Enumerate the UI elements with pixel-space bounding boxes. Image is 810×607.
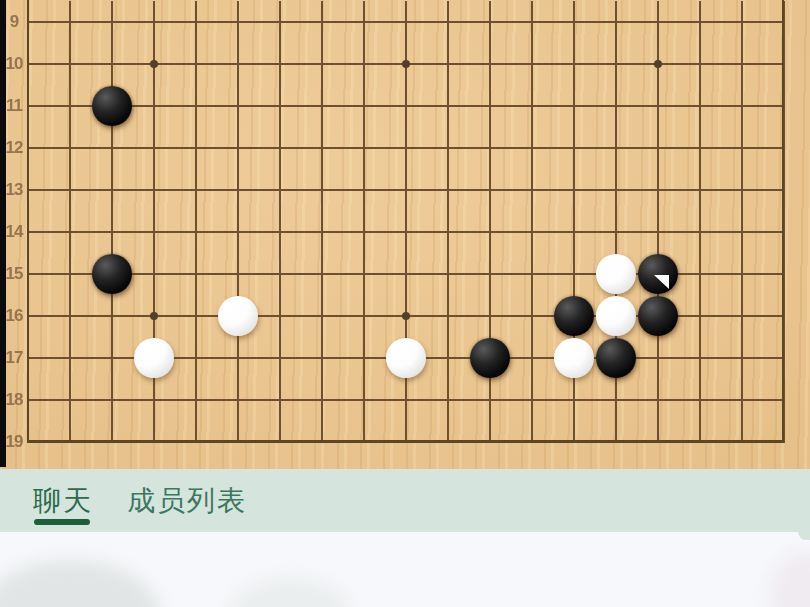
intersection-9-11[interactable] <box>343 85 385 127</box>
intersection-12-16[interactable] <box>469 295 511 337</box>
intersection-10-10[interactable] <box>385 43 427 85</box>
star-point <box>402 312 410 320</box>
white-stone <box>596 296 636 336</box>
intersection-12-18[interactable] <box>469 379 511 421</box>
intersection-9-18[interactable] <box>343 379 385 421</box>
intersection-18-12[interactable] <box>721 127 763 169</box>
white-stone <box>218 296 258 336</box>
intersection-17-15[interactable] <box>679 253 721 295</box>
watermark-leaf <box>0 560 160 607</box>
intersection-14-9[interactable] <box>553 1 595 43</box>
intersection-18-11[interactable] <box>721 85 763 127</box>
intersection-6-9[interactable] <box>217 1 259 43</box>
intersection-3-14[interactable] <box>91 211 133 253</box>
intersection-14-14[interactable] <box>553 211 595 253</box>
intersection-2-10[interactable] <box>49 43 91 85</box>
intersection-5-14[interactable] <box>175 211 217 253</box>
last-move-marker <box>654 275 669 289</box>
intersection-8-17[interactable] <box>301 337 343 379</box>
intersection-4-18[interactable] <box>133 379 175 421</box>
intersection-4-9[interactable] <box>133 1 175 43</box>
intersection-18-15[interactable] <box>721 253 763 295</box>
intersection-6-13[interactable] <box>217 169 259 211</box>
intersection-5-11[interactable] <box>175 85 217 127</box>
intersection-6-18[interactable] <box>217 379 259 421</box>
intersection-13-13[interactable] <box>511 169 553 211</box>
intersection-5-13[interactable] <box>175 169 217 211</box>
intersection-18-16[interactable] <box>721 295 763 337</box>
intersection-6-12[interactable] <box>217 127 259 169</box>
intersection-9-9[interactable] <box>343 1 385 43</box>
intersection-12-9[interactable] <box>469 1 511 43</box>
intersection-13-17[interactable] <box>511 337 553 379</box>
intersection-13-10[interactable] <box>511 43 553 85</box>
intersection-19-13[interactable] <box>763 169 805 211</box>
intersection-16-11[interactable] <box>637 85 679 127</box>
intersection-15-9[interactable] <box>595 1 637 43</box>
intersection-7-12[interactable] <box>259 127 301 169</box>
intersection-17-16[interactable] <box>679 295 721 337</box>
intersection-3-12[interactable] <box>91 127 133 169</box>
intersection-7-18[interactable] <box>259 379 301 421</box>
white-stone <box>554 338 594 378</box>
intersection-8-11[interactable] <box>301 85 343 127</box>
board-left-edge-line <box>27 0 29 443</box>
intersection-19-16[interactable] <box>763 295 805 337</box>
intersection-17-14[interactable] <box>679 211 721 253</box>
go-game-room: 910111213141516171819 聊天 成员列表 <box>0 0 810 607</box>
black-stone <box>470 338 510 378</box>
white-stone <box>386 338 426 378</box>
intersection-7-14[interactable] <box>259 211 301 253</box>
intersection-11-12[interactable] <box>427 127 469 169</box>
white-stone <box>134 338 174 378</box>
intersection-11-11[interactable] <box>427 85 469 127</box>
tab-chat[interactable]: 聊天 <box>33 484 93 517</box>
intersection-10-16[interactable] <box>385 295 427 337</box>
intersection-5-16[interactable] <box>175 295 217 337</box>
intersection-16-13[interactable] <box>637 169 679 211</box>
intersection-15-17[interactable] <box>595 337 637 379</box>
tab-member-list[interactable]: 成员列表 <box>127 484 247 517</box>
intersection-5-12[interactable] <box>175 127 217 169</box>
intersection-14-15[interactable] <box>553 253 595 295</box>
intersection-2-15[interactable] <box>49 253 91 295</box>
intersection-12-11[interactable] <box>469 85 511 127</box>
intersection-12-13[interactable] <box>469 169 511 211</box>
black-stone <box>92 254 132 294</box>
intersection-12-10[interactable] <box>469 43 511 85</box>
intersection-16-17[interactable] <box>637 337 679 379</box>
intersection-13-18[interactable] <box>511 379 553 421</box>
intersection-4-11[interactable] <box>133 85 175 127</box>
intersection-19-17[interactable] <box>763 337 805 379</box>
intersection-6-11[interactable] <box>217 85 259 127</box>
intersection-11-16[interactable] <box>427 295 469 337</box>
intersection-11-18[interactable] <box>427 379 469 421</box>
intersection-10-12[interactable] <box>385 127 427 169</box>
tab-bar: 聊天 成员列表 <box>0 469 810 532</box>
intersection-17-13[interactable] <box>679 169 721 211</box>
intersection-17-12[interactable] <box>679 127 721 169</box>
intersection-6-15[interactable] <box>217 253 259 295</box>
intersection-7-17[interactable] <box>259 337 301 379</box>
intersection-15-14[interactable] <box>595 211 637 253</box>
intersection-2-9[interactable] <box>49 1 91 43</box>
intersection-14-17[interactable] <box>553 337 595 379</box>
intersection-4-13[interactable] <box>133 169 175 211</box>
intersection-15-13[interactable] <box>595 169 637 211</box>
intersection-13-14[interactable] <box>511 211 553 253</box>
intersection-17-17[interactable] <box>679 337 721 379</box>
intersection-18-17[interactable] <box>721 337 763 379</box>
intersection-10-14[interactable] <box>385 211 427 253</box>
intersection-8-10[interactable] <box>301 43 343 85</box>
black-stone <box>638 254 678 294</box>
intersection-2-14[interactable] <box>49 211 91 253</box>
intersection-10-11[interactable] <box>385 85 427 127</box>
intersection-4-10[interactable] <box>133 43 175 85</box>
intersection-3-9[interactable] <box>91 1 133 43</box>
intersection-14-11[interactable] <box>553 85 595 127</box>
intersection-4-15[interactable] <box>133 253 175 295</box>
intersection-10-13[interactable] <box>385 169 427 211</box>
intersection-14-13[interactable] <box>553 169 595 211</box>
intersection-9-10[interactable] <box>343 43 385 85</box>
star-point <box>654 60 662 68</box>
intersection-11-9[interactable] <box>427 1 469 43</box>
intersection-7-15[interactable] <box>259 253 301 295</box>
intersection-14-10[interactable] <box>553 43 595 85</box>
intersection-3-15[interactable] <box>91 253 133 295</box>
intersection-7-11[interactable] <box>259 85 301 127</box>
watermark-leaf <box>230 577 350 607</box>
intersection-15-12[interactable] <box>595 127 637 169</box>
intersection-17-11[interactable] <box>679 85 721 127</box>
intersection-15-15[interactable] <box>595 253 637 295</box>
intersection-9-16[interactable] <box>343 295 385 337</box>
intersection-11-15[interactable] <box>427 253 469 295</box>
intersection-7-16[interactable] <box>259 295 301 337</box>
intersection-16-18[interactable] <box>637 379 679 421</box>
intersection-3-18[interactable] <box>91 379 133 421</box>
intersection-5-10[interactable] <box>175 43 217 85</box>
white-stone <box>596 254 636 294</box>
intersection-5-17[interactable] <box>175 337 217 379</box>
black-stone <box>92 86 132 126</box>
intersection-3-10[interactable] <box>91 43 133 85</box>
intersection-16-16[interactable] <box>637 295 679 337</box>
intersection-14-16[interactable] <box>553 295 595 337</box>
intersection-9-15[interactable] <box>343 253 385 295</box>
intersection-9-14[interactable] <box>343 211 385 253</box>
intersection-2-18[interactable] <box>49 379 91 421</box>
intersection-8-13[interactable] <box>301 169 343 211</box>
intersection-7-9[interactable] <box>259 1 301 43</box>
intersection-19-15[interactable] <box>763 253 805 295</box>
intersection-2-17[interactable] <box>49 337 91 379</box>
intersection-7-13[interactable] <box>259 169 301 211</box>
intersection-8-12[interactable] <box>301 127 343 169</box>
intersection-19-14[interactable] <box>763 211 805 253</box>
intersection-5-18[interactable] <box>175 379 217 421</box>
intersection-3-13[interactable] <box>91 169 133 211</box>
intersection-10-9[interactable] <box>385 1 427 43</box>
go-board: 910111213141516171819 <box>0 0 810 469</box>
intersection-14-12[interactable] <box>553 127 595 169</box>
intersection-5-9[interactable] <box>175 1 217 43</box>
intersection-18-18[interactable] <box>721 379 763 421</box>
star-point <box>150 60 158 68</box>
intersection-2-12[interactable] <box>49 127 91 169</box>
intersection-12-15[interactable] <box>469 253 511 295</box>
intersection-13-16[interactable] <box>511 295 553 337</box>
intersection-8-18[interactable] <box>301 379 343 421</box>
intersection-15-11[interactable] <box>595 85 637 127</box>
intersection-8-9[interactable] <box>301 1 343 43</box>
intersection-13-15[interactable] <box>511 253 553 295</box>
intersection-17-10[interactable] <box>679 43 721 85</box>
intersection-10-18[interactable] <box>385 379 427 421</box>
intersection-2-13[interactable] <box>49 169 91 211</box>
star-point <box>150 312 158 320</box>
intersection-6-14[interactable] <box>217 211 259 253</box>
intersection-19-18[interactable] <box>763 379 805 421</box>
intersection-16-12[interactable] <box>637 127 679 169</box>
intersection-12-17[interactable] <box>469 337 511 379</box>
black-stone <box>596 338 636 378</box>
intersection-11-13[interactable] <box>427 169 469 211</box>
intersection-3-11[interactable] <box>91 85 133 127</box>
black-stone <box>638 296 678 336</box>
intersection-12-14[interactable] <box>469 211 511 253</box>
intersection-14-18[interactable] <box>553 379 595 421</box>
intersection-4-17[interactable] <box>133 337 175 379</box>
intersection-5-15[interactable] <box>175 253 217 295</box>
intersection-11-17[interactable] <box>427 337 469 379</box>
intersection-8-15[interactable] <box>301 253 343 295</box>
intersection-10-17[interactable] <box>385 337 427 379</box>
intersection-8-14[interactable] <box>301 211 343 253</box>
intersection-15-10[interactable] <box>595 43 637 85</box>
intersection-7-10[interactable] <box>259 43 301 85</box>
go-board-grid <box>7 1 805 463</box>
intersection-2-11[interactable] <box>49 85 91 127</box>
intersection-19-10[interactable] <box>763 43 805 85</box>
screen-edge-bar <box>0 0 6 467</box>
intersection-11-10[interactable] <box>427 43 469 85</box>
intersection-13-12[interactable] <box>511 127 553 169</box>
intersection-11-14[interactable] <box>427 211 469 253</box>
intersection-19-12[interactable] <box>763 127 805 169</box>
intersection-19-9[interactable] <box>763 1 805 43</box>
intersection-13-9[interactable] <box>511 1 553 43</box>
intersection-19-11[interactable] <box>763 85 805 127</box>
intersection-6-10[interactable] <box>217 43 259 85</box>
intersection-17-18[interactable] <box>679 379 721 421</box>
intersection-18-13[interactable] <box>721 169 763 211</box>
intersection-15-18[interactable] <box>595 379 637 421</box>
intersection-4-16[interactable] <box>133 295 175 337</box>
intersection-4-12[interactable] <box>133 127 175 169</box>
intersection-10-15[interactable] <box>385 253 427 295</box>
intersection-2-16[interactable] <box>49 295 91 337</box>
intersection-8-16[interactable] <box>301 295 343 337</box>
intersection-16-15[interactable] <box>637 253 679 295</box>
intersection-3-17[interactable] <box>91 337 133 379</box>
intersection-18-14[interactable] <box>721 211 763 253</box>
board-right-edge-line <box>782 0 784 443</box>
intersection-15-16[interactable] <box>595 295 637 337</box>
intersection-17-9[interactable] <box>679 1 721 43</box>
black-stone <box>554 296 594 336</box>
intersection-18-9[interactable] <box>721 1 763 43</box>
intersection-18-10[interactable] <box>721 43 763 85</box>
intersection-16-9[interactable] <box>637 1 679 43</box>
intersection-6-16[interactable] <box>217 295 259 337</box>
intersection-13-11[interactable] <box>511 85 553 127</box>
star-point <box>402 60 410 68</box>
intersection-6-17[interactable] <box>217 337 259 379</box>
intersection-9-13[interactable] <box>343 169 385 211</box>
watermark-curve <box>770 552 810 607</box>
intersection-16-10[interactable] <box>637 43 679 85</box>
intersection-9-17[interactable] <box>343 337 385 379</box>
intersection-9-12[interactable] <box>343 127 385 169</box>
intersection-16-14[interactable] <box>637 211 679 253</box>
intersection-12-12[interactable] <box>469 127 511 169</box>
intersection-4-14[interactable] <box>133 211 175 253</box>
intersection-3-16[interactable] <box>91 295 133 337</box>
board-bottom-edge-line <box>27 440 784 443</box>
chat-panel <box>0 532 810 607</box>
